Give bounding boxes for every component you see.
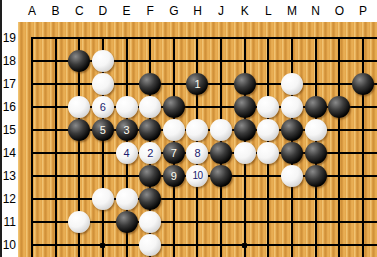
go-stone-white[interactable]: 2 xyxy=(139,142,161,164)
row-label: 12 xyxy=(0,191,16,207)
column-label: F xyxy=(142,2,158,20)
column-label: J xyxy=(213,2,229,20)
go-stone-black[interactable]: 7 xyxy=(163,142,185,164)
row-label: 11 xyxy=(0,214,16,230)
go-stone-black[interactable] xyxy=(139,165,161,187)
go-stone-white[interactable] xyxy=(92,73,114,95)
grid-vertical-line xyxy=(338,37,340,257)
go-stone-white[interactable] xyxy=(163,119,185,141)
grid-vertical-line xyxy=(55,37,57,257)
column-label: N xyxy=(308,2,324,20)
grid-horizontal-line xyxy=(31,198,377,200)
column-label: B xyxy=(48,2,64,20)
row-label: 15 xyxy=(0,122,16,138)
column-label: A xyxy=(24,2,40,20)
column-label: E xyxy=(119,2,135,20)
go-stone-white[interactable] xyxy=(210,119,232,141)
go-stone-black[interactable] xyxy=(281,119,303,141)
row-label: 17 xyxy=(0,76,16,92)
column-label: D xyxy=(95,2,111,20)
go-stone-white[interactable] xyxy=(234,142,256,164)
go-stone-black[interactable]: 3 xyxy=(116,119,138,141)
go-stone-white[interactable] xyxy=(257,119,279,141)
column-label: K xyxy=(237,2,253,20)
go-stone-black[interactable]: 1 xyxy=(186,73,208,95)
go-stone-white[interactable] xyxy=(68,96,90,118)
go-stone-black[interactable] xyxy=(305,142,327,164)
go-stone-white[interactable]: 10 xyxy=(186,165,208,187)
grid-vertical-line xyxy=(31,37,33,257)
go-stone-black[interactable] xyxy=(116,211,138,233)
star-point xyxy=(242,243,247,248)
go-stone-black[interactable] xyxy=(68,50,90,72)
go-stone-white[interactable] xyxy=(281,96,303,118)
go-stone-white[interactable]: 8 xyxy=(186,142,208,164)
go-stone-white[interactable] xyxy=(116,96,138,118)
go-board[interactable]: 16534278910 xyxy=(18,22,377,257)
column-label: C xyxy=(71,2,87,20)
column-label: G xyxy=(166,2,182,20)
star-point xyxy=(100,243,105,248)
go-stone-white[interactable] xyxy=(186,119,208,141)
go-stone-white[interactable] xyxy=(68,211,90,233)
go-stone-white[interactable] xyxy=(305,119,327,141)
row-label: 18 xyxy=(0,53,16,69)
go-stone-black[interactable] xyxy=(281,142,303,164)
go-stone-black[interactable] xyxy=(234,73,256,95)
go-stone-black[interactable] xyxy=(305,165,327,187)
go-stone-black[interactable]: 9 xyxy=(163,165,185,187)
go-stone-black[interactable]: 5 xyxy=(92,119,114,141)
row-label: 19 xyxy=(0,30,16,46)
go-stone-white[interactable] xyxy=(139,234,161,256)
go-stone-white[interactable] xyxy=(92,188,114,210)
column-label: O xyxy=(331,2,347,20)
go-stone-white[interactable] xyxy=(257,142,279,164)
go-stone-black[interactable] xyxy=(68,119,90,141)
go-stone-black[interactable] xyxy=(139,119,161,141)
go-stone-white[interactable] xyxy=(281,73,303,95)
go-stone-black[interactable] xyxy=(234,119,256,141)
go-stone-black[interactable] xyxy=(210,165,232,187)
row-label: 14 xyxy=(0,145,16,161)
grid-vertical-line xyxy=(362,37,364,257)
go-stone-black[interactable] xyxy=(305,96,327,118)
grid-horizontal-line xyxy=(31,37,377,39)
go-stone-white[interactable] xyxy=(116,188,138,210)
go-stone-white[interactable] xyxy=(139,211,161,233)
go-stone-black[interactable] xyxy=(163,96,185,118)
go-stone-black[interactable] xyxy=(139,73,161,95)
go-stone-black[interactable] xyxy=(328,96,350,118)
go-stone-white[interactable] xyxy=(281,165,303,187)
column-label: H xyxy=(189,2,205,20)
row-label: 10 xyxy=(0,237,16,253)
go-stone-black[interactable] xyxy=(210,142,232,164)
column-label: M xyxy=(284,2,300,20)
go-stone-white[interactable]: 4 xyxy=(116,142,138,164)
go-stone-white[interactable] xyxy=(92,50,114,72)
row-label: 16 xyxy=(0,99,16,115)
go-stone-black[interactable] xyxy=(234,96,256,118)
go-stone-white[interactable] xyxy=(139,96,161,118)
go-diagram: ABCDEFGHJKLMNOP 19181716151413121110 165… xyxy=(0,0,377,257)
go-stone-white[interactable]: 6 xyxy=(92,96,114,118)
go-stone-black[interactable] xyxy=(352,73,374,95)
row-label: 13 xyxy=(0,168,16,184)
column-label: L xyxy=(260,2,276,20)
go-stone-white[interactable] xyxy=(257,96,279,118)
grid-horizontal-line xyxy=(31,244,377,246)
go-stone-black[interactable] xyxy=(139,188,161,210)
column-label: P xyxy=(355,2,371,20)
